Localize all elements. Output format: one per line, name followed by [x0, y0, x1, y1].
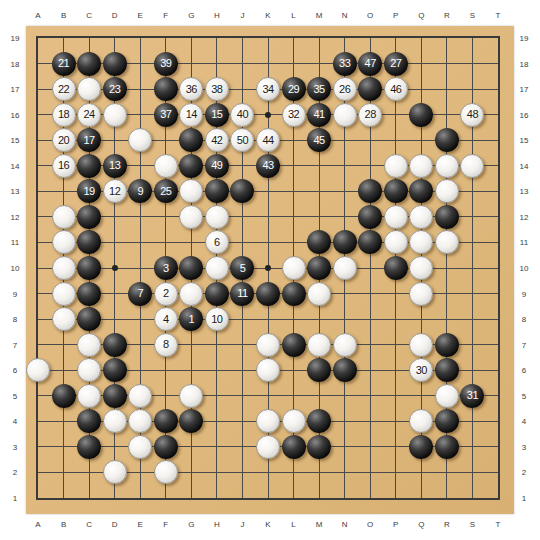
coordinate-label-row: 12	[11, 212, 20, 221]
white-stone[interactable]	[435, 384, 459, 408]
move-number: 29	[288, 84, 299, 95]
coordinate-label-column: R	[444, 11, 450, 20]
black-stone[interactable]: 3	[154, 256, 178, 280]
black-stone[interactable]: 15	[205, 103, 229, 127]
move-number: 32	[288, 109, 299, 120]
coordinate-label-column: C	[86, 11, 92, 20]
white-stone[interactable]: 2	[154, 282, 178, 306]
white-stone[interactable]	[154, 154, 178, 178]
white-stone[interactable]: 26	[333, 77, 357, 101]
white-stone[interactable]	[409, 333, 433, 357]
move-number: 14	[186, 109, 197, 120]
move-number: 22	[58, 84, 69, 95]
coordinate-label-column: Q	[418, 11, 424, 20]
black-stone[interactable]	[435, 333, 459, 357]
coordinate-label-row: 2	[522, 468, 526, 477]
white-stone[interactable]	[333, 103, 357, 127]
coordinate-label-column: P	[393, 11, 398, 20]
white-stone[interactable]	[103, 409, 127, 433]
black-stone[interactable]	[77, 282, 101, 306]
coordinate-label-row: 10	[11, 264, 20, 273]
coordinate-label-row: 4	[13, 417, 17, 426]
star-point	[265, 112, 271, 118]
black-stone[interactable]	[103, 52, 127, 76]
coordinate-label-column: H	[214, 520, 220, 529]
white-stone[interactable]	[256, 333, 280, 357]
coordinate-label-column: D	[112, 11, 118, 20]
black-stone[interactable]: 47	[358, 52, 382, 76]
white-stone[interactable]	[103, 460, 127, 484]
white-stone[interactable]	[333, 256, 357, 280]
white-stone[interactable]: 18	[52, 103, 76, 127]
coordinate-label-column: J	[240, 11, 244, 20]
move-number: 28	[365, 109, 376, 120]
coordinate-label-column: M	[316, 11, 323, 20]
coordinate-label-row: 7	[13, 340, 17, 349]
move-number: 16	[58, 160, 69, 171]
coordinate-label-column: A	[35, 520, 40, 529]
move-number: 30	[416, 365, 427, 376]
black-stone[interactable]	[103, 384, 127, 408]
white-stone[interactable]: 4	[154, 307, 178, 331]
move-number: 25	[160, 186, 171, 197]
white-stone[interactable]	[52, 307, 76, 331]
move-number: 47	[365, 58, 376, 69]
coordinate-label-column: F	[163, 11, 168, 20]
coordinate-label-row: 12	[520, 212, 529, 221]
coordinate-label-column: N	[342, 11, 348, 20]
black-stone[interactable]: 11	[230, 282, 254, 306]
move-number: 11	[237, 288, 247, 299]
black-stone[interactable]	[179, 154, 203, 178]
move-number: 15	[211, 109, 222, 120]
black-stone[interactable]: 29	[282, 77, 306, 101]
coordinate-label-column: C	[86, 520, 92, 529]
black-stone[interactable]	[77, 256, 101, 280]
coordinate-label-column: O	[367, 520, 373, 529]
white-stone[interactable]	[282, 409, 306, 433]
move-number: 6	[214, 237, 220, 248]
move-number: 13	[109, 160, 120, 171]
black-stone[interactable]	[154, 77, 178, 101]
coordinate-label-row: 3	[13, 442, 17, 451]
coordinate-label-column: T	[496, 11, 501, 20]
move-number: 21	[58, 58, 69, 69]
black-stone[interactable]	[435, 205, 459, 229]
coordinate-label-row: 4	[522, 417, 526, 426]
move-number: 41	[313, 109, 324, 120]
white-stone[interactable]	[179, 282, 203, 306]
coordinate-label-column: B	[61, 11, 66, 20]
black-stone[interactable]	[282, 435, 306, 459]
white-stone[interactable]: 20	[52, 128, 76, 152]
move-number: 8	[163, 339, 169, 350]
white-stone[interactable]	[282, 256, 306, 280]
black-stone[interactable]: 13	[103, 154, 127, 178]
coordinate-label-column: M	[316, 520, 323, 529]
white-stone[interactable]	[384, 154, 408, 178]
move-number: 37	[160, 109, 171, 120]
black-stone[interactable]: 27	[384, 52, 408, 76]
black-stone[interactable]	[282, 282, 306, 306]
white-stone[interactable]	[205, 256, 229, 280]
black-stone[interactable]: 23	[103, 77, 127, 101]
black-stone[interactable]	[52, 384, 76, 408]
white-stone[interactable]	[128, 384, 152, 408]
white-stone[interactable]: 10	[205, 307, 229, 331]
move-number: 50	[237, 135, 248, 146]
coordinate-label-row: 6	[13, 366, 17, 375]
move-number: 33	[339, 58, 350, 69]
black-stone[interactable]: 39	[154, 52, 178, 76]
black-stone[interactable]: 43	[256, 154, 280, 178]
black-stone[interactable]	[333, 358, 357, 382]
move-number: 24	[83, 109, 94, 120]
white-stone[interactable]: 28	[358, 103, 382, 127]
white-stone[interactable]: 24	[77, 103, 101, 127]
black-stone[interactable]: 37	[154, 103, 178, 127]
move-number: 5	[240, 263, 246, 274]
black-stone[interactable]	[77, 52, 101, 76]
move-number: 43	[262, 160, 273, 171]
black-stone[interactable]	[77, 205, 101, 229]
black-stone[interactable]	[154, 435, 178, 459]
black-stone[interactable]: 33	[333, 52, 357, 76]
coordinate-label-column: L	[291, 520, 295, 529]
white-stone[interactable]	[77, 384, 101, 408]
move-number: 1	[189, 314, 195, 325]
black-stone[interactable]	[77, 435, 101, 459]
coordinate-label-row: 7	[522, 340, 526, 349]
white-stone[interactable]: 34	[256, 77, 280, 101]
black-stone[interactable]: 7	[128, 282, 152, 306]
coordinate-label-row: 10	[520, 264, 529, 273]
move-number: 49	[211, 160, 222, 171]
white-stone[interactable]	[77, 333, 101, 357]
move-number: 35	[313, 84, 324, 95]
go-board[interactable]: AA1919BB1818CC1717DD1616EE1515FF1414GG13…	[0, 0, 540, 540]
white-stone[interactable]: 32	[282, 103, 306, 127]
coordinate-label-row: 2	[13, 468, 17, 477]
coordinate-label-column: Q	[418, 520, 424, 529]
white-stone[interactable]	[384, 205, 408, 229]
coordinate-label-row: 3	[522, 442, 526, 451]
coordinate-label-column: G	[188, 11, 194, 20]
black-stone[interactable]	[435, 128, 459, 152]
coordinate-label-row: 9	[522, 289, 526, 298]
star-point	[265, 265, 271, 271]
white-stone[interactable]	[103, 103, 127, 127]
move-number: 45	[313, 135, 324, 146]
coordinate-label-column: K	[265, 520, 270, 529]
move-number: 38	[211, 84, 222, 95]
black-stone[interactable]	[103, 358, 127, 382]
coordinate-label-column: F	[163, 520, 168, 529]
coordinate-label-row: 14	[11, 161, 20, 170]
move-number: 10	[211, 314, 222, 325]
coordinate-label-column: A	[35, 11, 40, 20]
coordinate-label-row: 8	[522, 315, 526, 324]
coordinate-label-row: 14	[520, 161, 529, 170]
coordinate-label-column: J	[240, 520, 244, 529]
white-stone[interactable]	[52, 282, 76, 306]
move-number: 42	[211, 135, 222, 146]
move-number: 7	[137, 288, 143, 299]
move-number: 34	[262, 84, 273, 95]
move-number: 20	[58, 135, 69, 146]
star-point	[112, 265, 118, 271]
coordinate-label-column: N	[342, 520, 348, 529]
black-stone[interactable]: 21	[52, 52, 76, 76]
coordinate-label-column: H	[214, 11, 220, 20]
move-number: 19	[83, 186, 94, 197]
coordinate-label-row: 6	[522, 366, 526, 375]
black-stone[interactable]	[103, 333, 127, 357]
black-stone[interactable]: 41	[307, 103, 331, 127]
coordinate-label-row: 15	[520, 136, 529, 145]
white-stone[interactable]	[256, 435, 280, 459]
coordinate-label-row: 17	[11, 85, 20, 94]
white-stone[interactable]: 46	[384, 77, 408, 101]
white-stone[interactable]	[435, 154, 459, 178]
coordinate-label-row: 1	[13, 494, 17, 503]
move-number: 46	[390, 84, 401, 95]
move-number: 17	[83, 135, 94, 146]
white-stone[interactable]	[52, 230, 76, 254]
black-stone[interactable]	[384, 256, 408, 280]
move-number: 31	[467, 390, 478, 401]
coordinate-label-row: 18	[520, 59, 529, 68]
coordinate-label-row: 5	[13, 391, 17, 400]
coordinate-label-column: B	[61, 520, 66, 529]
black-stone[interactable]	[384, 179, 408, 203]
white-stone[interactable]: 40	[230, 103, 254, 127]
black-stone[interactable]	[409, 103, 433, 127]
white-stone[interactable]: 22	[52, 77, 76, 101]
coordinate-label-row: 19	[11, 34, 20, 43]
black-stone[interactable]	[435, 358, 459, 382]
white-stone[interactable]	[52, 256, 76, 280]
move-number: 39	[160, 58, 171, 69]
black-stone[interactable]	[154, 409, 178, 433]
black-stone[interactable]	[77, 154, 101, 178]
white-stone[interactable]	[128, 435, 152, 459]
coordinate-label-row: 13	[11, 187, 20, 196]
black-stone[interactable]	[333, 230, 357, 254]
move-number: 18	[58, 109, 69, 120]
move-number: 23	[109, 84, 120, 95]
white-stone[interactable]: 12	[103, 179, 127, 203]
black-stone[interactable]	[256, 282, 280, 306]
white-stone[interactable]: 42	[205, 128, 229, 152]
black-stone[interactable]: 25	[154, 179, 178, 203]
coordinate-label-row: 13	[520, 187, 529, 196]
white-stone[interactable]: 38	[205, 77, 229, 101]
white-stone[interactable]: 16	[52, 154, 76, 178]
move-number: 3	[163, 263, 169, 274]
coordinate-label-column: P	[393, 520, 398, 529]
white-stone[interactable]	[205, 205, 229, 229]
move-number: 26	[339, 84, 350, 95]
coordinate-label-column: G	[188, 520, 194, 529]
move-number: 2	[163, 288, 169, 299]
coordinate-label-row: 18	[11, 59, 20, 68]
coordinate-label-column: S	[470, 11, 475, 20]
black-stone[interactable]	[307, 435, 331, 459]
white-stone[interactable]: 14	[179, 103, 203, 127]
coordinate-label-row: 9	[13, 289, 17, 298]
white-stone[interactable]	[52, 205, 76, 229]
coordinate-label-row: 19	[520, 34, 529, 43]
coordinate-label-row: 8	[13, 315, 17, 324]
coordinate-label-row: 11	[520, 238, 528, 247]
coordinate-label-row: 5	[522, 391, 526, 400]
black-stone[interactable]	[307, 256, 331, 280]
white-stone[interactable]: 8	[154, 333, 178, 357]
coordinate-label-row: 15	[11, 136, 20, 145]
coordinate-label-column: O	[367, 11, 373, 20]
coordinate-label-row: 16	[520, 110, 529, 119]
coordinate-label-row: 17	[520, 85, 529, 94]
black-stone[interactable]: 49	[205, 154, 229, 178]
move-number: 27	[390, 58, 401, 69]
move-number: 4	[163, 314, 169, 325]
coordinate-label-column: K	[265, 11, 270, 20]
move-number: 40	[237, 109, 248, 120]
move-number: 36	[186, 84, 197, 95]
move-number: 44	[262, 135, 273, 146]
black-stone[interactable]	[358, 205, 382, 229]
coordinate-label-row: 16	[11, 110, 20, 119]
coordinate-label-column: E	[138, 520, 143, 529]
coordinate-label-column: D	[112, 520, 118, 529]
white-stone[interactable]	[307, 333, 331, 357]
coordinate-label-column: T	[496, 520, 501, 529]
coordinate-label-column: L	[291, 11, 295, 20]
white-stone[interactable]: 48	[460, 103, 484, 127]
white-stone[interactable]	[409, 154, 433, 178]
coordinate-label-column: S	[470, 520, 475, 529]
coordinate-label-row: 1	[522, 494, 526, 503]
black-stone[interactable]	[205, 282, 229, 306]
go-diagram: AA1919BB1818CC1717DD1616EE1515FF1414GG13…	[0, 0, 540, 540]
move-number: 9	[137, 186, 143, 197]
white-stone[interactable]	[333, 333, 357, 357]
black-stone[interactable]	[282, 333, 306, 357]
move-number: 12	[109, 186, 120, 197]
coordinate-label-row: 11	[11, 238, 19, 247]
white-stone[interactable]	[409, 282, 433, 306]
coordinate-label-column: R	[444, 520, 450, 529]
white-stone[interactable]	[179, 384, 203, 408]
white-stone[interactable]	[307, 282, 331, 306]
coordinate-label-column: E	[138, 11, 143, 20]
black-stone[interactable]	[435, 435, 459, 459]
move-number: 48	[467, 109, 478, 120]
